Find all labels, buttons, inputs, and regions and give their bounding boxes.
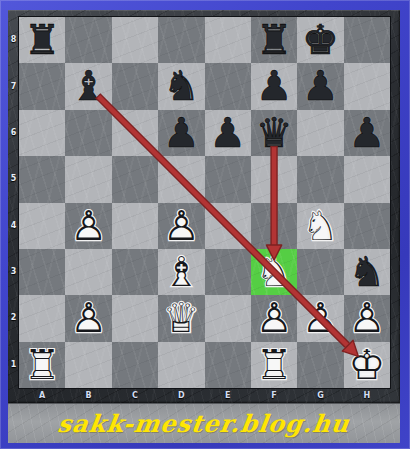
square-c3[interactable] bbox=[112, 249, 158, 295]
piece-white-king[interactable]: ♚♔ bbox=[344, 342, 390, 388]
square-b5[interactable] bbox=[65, 156, 111, 202]
square-g8[interactable]: ♚ bbox=[297, 17, 343, 63]
square-e8[interactable] bbox=[205, 17, 251, 63]
piece-outline: ♘ bbox=[297, 203, 343, 249]
square-f3[interactable]: ♞♘ bbox=[251, 249, 297, 295]
piece-black-bishop[interactable]: ♝ bbox=[65, 63, 111, 109]
chess-diagram-root: ♜♜♚♝♞♟♟♟♟♛♟♟♙♟♙♞♘♝♗♞♘♞♟♙♛♕♟♙♟♙♟♙♜♖♜♖♚♔ 8… bbox=[0, 0, 410, 449]
square-d7[interactable]: ♞ bbox=[158, 63, 204, 109]
square-c7[interactable] bbox=[112, 63, 158, 109]
rank-label-4: 4 bbox=[8, 221, 19, 231]
square-h5[interactable] bbox=[344, 156, 390, 202]
square-g7[interactable]: ♟ bbox=[297, 63, 343, 109]
rank-label-5: 5 bbox=[8, 174, 19, 184]
square-a3[interactable] bbox=[19, 249, 65, 295]
piece-white-pawn[interactable]: ♟♙ bbox=[65, 203, 111, 249]
square-b7[interactable]: ♝ bbox=[65, 63, 111, 109]
square-b3[interactable] bbox=[65, 249, 111, 295]
square-c1[interactable] bbox=[112, 342, 158, 388]
square-f1[interactable]: ♜♖ bbox=[251, 342, 297, 388]
square-g2[interactable]: ♟♙ bbox=[297, 295, 343, 341]
square-h3[interactable]: ♞ bbox=[344, 249, 390, 295]
piece-black-rook[interactable]: ♜ bbox=[251, 17, 297, 63]
piece-black-rook[interactable]: ♜ bbox=[19, 17, 65, 63]
square-d4[interactable]: ♟♙ bbox=[158, 203, 204, 249]
square-d3[interactable]: ♝♗ bbox=[158, 249, 204, 295]
square-g1[interactable] bbox=[297, 342, 343, 388]
square-a7[interactable] bbox=[19, 63, 65, 109]
rank-label-8: 8 bbox=[8, 35, 19, 45]
piece-white-rook[interactable]: ♜♖ bbox=[251, 342, 297, 388]
square-d8[interactable] bbox=[158, 17, 204, 63]
square-f2[interactable]: ♟♙ bbox=[251, 295, 297, 341]
rank-label-3: 3 bbox=[8, 267, 19, 277]
file-label-d: D bbox=[175, 391, 187, 401]
square-e6[interactable]: ♟ bbox=[205, 110, 251, 156]
square-e5[interactable] bbox=[205, 156, 251, 202]
footer-bar: sakk-mester.blog.hu bbox=[8, 403, 400, 443]
piece-black-pawn[interactable]: ♟ bbox=[251, 63, 297, 109]
square-h4[interactable] bbox=[344, 203, 390, 249]
file-label-e: E bbox=[222, 391, 234, 401]
chess-board: ♜♜♚♝♞♟♟♟♟♛♟♟♙♟♙♞♘♝♗♞♘♞♟♙♛♕♟♙♟♙♟♙♜♖♜♖♚♔ bbox=[19, 17, 390, 388]
board-frame: ♜♜♚♝♞♟♟♟♟♛♟♟♙♟♙♞♘♝♗♞♘♞♟♙♛♕♟♙♟♙♟♙♜♖♜♖♚♔ 8… bbox=[8, 10, 400, 403]
piece-black-knight[interactable]: ♞ bbox=[344, 249, 390, 295]
piece-outline: ♘ bbox=[251, 249, 297, 295]
square-b6[interactable] bbox=[65, 110, 111, 156]
piece-white-pawn[interactable]: ♟♙ bbox=[297, 295, 343, 341]
piece-black-pawn[interactable]: ♟ bbox=[297, 63, 343, 109]
file-label-h: H bbox=[361, 391, 373, 401]
piece-outline: ♕ bbox=[158, 295, 204, 341]
square-e7[interactable] bbox=[205, 63, 251, 109]
square-b4[interactable]: ♟♙ bbox=[65, 203, 111, 249]
piece-white-bishop[interactable]: ♝♗ bbox=[158, 249, 204, 295]
square-c8[interactable] bbox=[112, 17, 158, 63]
square-c5[interactable] bbox=[112, 156, 158, 202]
rank-label-6: 6 bbox=[8, 128, 19, 138]
square-a6[interactable] bbox=[19, 110, 65, 156]
file-label-b: B bbox=[83, 391, 95, 401]
piece-white-pawn[interactable]: ♟♙ bbox=[251, 295, 297, 341]
piece-outline: ♖ bbox=[251, 342, 297, 388]
square-d2[interactable]: ♛♕ bbox=[158, 295, 204, 341]
square-d6[interactable]: ♟ bbox=[158, 110, 204, 156]
rank-label-2: 2 bbox=[8, 313, 19, 323]
rank-label-7: 7 bbox=[8, 82, 19, 92]
piece-outline: ♙ bbox=[158, 203, 204, 249]
piece-white-knight[interactable]: ♞♘ bbox=[297, 203, 343, 249]
piece-white-rook[interactable]: ♜♖ bbox=[19, 342, 65, 388]
square-g5[interactable] bbox=[297, 156, 343, 202]
square-b8[interactable] bbox=[65, 17, 111, 63]
square-a2[interactable] bbox=[19, 295, 65, 341]
square-h7[interactable] bbox=[344, 63, 390, 109]
square-e3[interactable] bbox=[205, 249, 251, 295]
square-g4[interactable]: ♞♘ bbox=[297, 203, 343, 249]
square-a4[interactable] bbox=[19, 203, 65, 249]
piece-black-queen[interactable]: ♛ bbox=[251, 110, 297, 156]
square-f7[interactable]: ♟ bbox=[251, 63, 297, 109]
square-d1[interactable] bbox=[158, 342, 204, 388]
square-f6[interactable]: ♛ bbox=[251, 110, 297, 156]
piece-outline: ♙ bbox=[297, 295, 343, 341]
piece-black-king[interactable]: ♚ bbox=[297, 17, 343, 63]
square-h2[interactable]: ♟♙ bbox=[344, 295, 390, 341]
file-label-a: A bbox=[36, 391, 48, 401]
piece-outline: ♙ bbox=[251, 295, 297, 341]
square-h8[interactable] bbox=[344, 17, 390, 63]
piece-black-pawn[interactable]: ♟ bbox=[205, 110, 251, 156]
piece-black-pawn[interactable]: ♟ bbox=[158, 110, 204, 156]
square-b1[interactable] bbox=[65, 342, 111, 388]
piece-outline: ♙ bbox=[344, 295, 390, 341]
site-watermark: sakk-mester.blog.hu bbox=[56, 409, 352, 438]
piece-white-pawn[interactable]: ♟♙ bbox=[344, 295, 390, 341]
piece-white-queen[interactable]: ♛♕ bbox=[158, 295, 204, 341]
piece-outline: ♙ bbox=[65, 203, 111, 249]
piece-outline: ♙ bbox=[65, 295, 111, 341]
square-h1[interactable]: ♚♔ bbox=[344, 342, 390, 388]
square-b2[interactable]: ♟♙ bbox=[65, 295, 111, 341]
square-f8[interactable]: ♜ bbox=[251, 17, 297, 63]
piece-outline: ♔ bbox=[344, 342, 390, 388]
piece-outline: ♗ bbox=[158, 249, 204, 295]
square-f4[interactable] bbox=[251, 203, 297, 249]
square-h6[interactable]: ♟ bbox=[344, 110, 390, 156]
square-c4[interactable] bbox=[112, 203, 158, 249]
piece-black-pawn[interactable]: ♟ bbox=[344, 110, 390, 156]
square-g6[interactable] bbox=[297, 110, 343, 156]
square-e4[interactable] bbox=[205, 203, 251, 249]
file-label-f: F bbox=[268, 391, 280, 401]
square-f5[interactable] bbox=[251, 156, 297, 202]
square-a1[interactable]: ♜♖ bbox=[19, 342, 65, 388]
file-label-c: C bbox=[129, 391, 141, 401]
piece-black-knight[interactable]: ♞ bbox=[158, 63, 204, 109]
file-label-g: G bbox=[314, 391, 326, 401]
rank-label-1: 1 bbox=[8, 360, 19, 370]
piece-white-knight[interactable]: ♞♘ bbox=[251, 249, 297, 295]
piece-white-pawn[interactable]: ♟♙ bbox=[158, 203, 204, 249]
square-e1[interactable] bbox=[205, 342, 251, 388]
piece-white-pawn[interactable]: ♟♙ bbox=[65, 295, 111, 341]
square-c6[interactable] bbox=[112, 110, 158, 156]
square-c2[interactable] bbox=[112, 295, 158, 341]
square-a8[interactable]: ♜ bbox=[19, 17, 65, 63]
square-e2[interactable] bbox=[205, 295, 251, 341]
piece-outline: ♖ bbox=[19, 342, 65, 388]
square-g3[interactable] bbox=[297, 249, 343, 295]
square-d5[interactable] bbox=[158, 156, 204, 202]
square-a5[interactable] bbox=[19, 156, 65, 202]
